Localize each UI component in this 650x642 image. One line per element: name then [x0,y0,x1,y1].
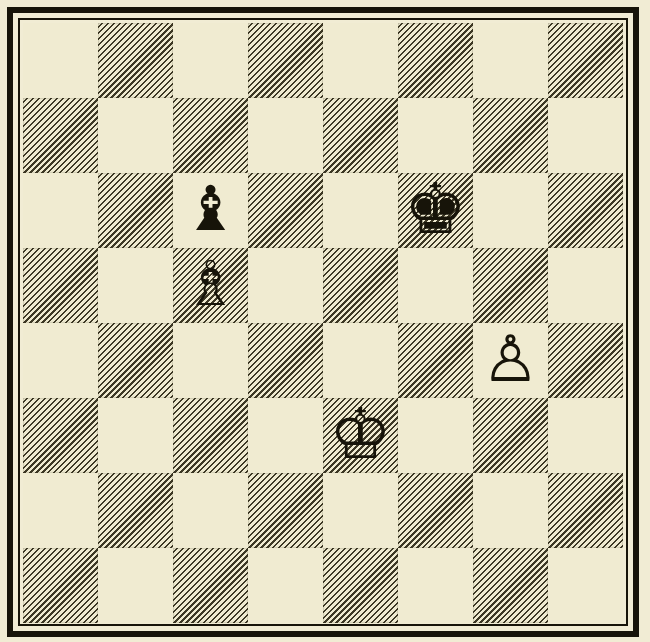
square-c4 [173,323,248,398]
square-b6 [98,173,173,248]
square-b2 [98,473,173,548]
square-a2 [23,473,98,548]
square-f5 [398,248,473,323]
square-d7 [248,98,323,173]
square-h7 [548,98,623,173]
square-e4 [323,323,398,398]
square-f2 [398,473,473,548]
board-inner-border: ♝♚♗♙♔ [18,18,628,626]
square-e8 [323,23,398,98]
square-c2 [173,473,248,548]
square-e3: ♔ [323,398,398,473]
square-c6: ♝ [173,173,248,248]
square-f6: ♚ [398,173,473,248]
square-e2 [323,473,398,548]
square-a4 [23,323,98,398]
square-g4: ♙ [473,323,548,398]
chessboard: ♝♚♗♙♔ [23,23,623,623]
square-f3 [398,398,473,473]
square-f7 [398,98,473,173]
square-e5 [323,248,398,323]
square-h4 [548,323,623,398]
square-g2 [473,473,548,548]
square-h6 [548,173,623,248]
square-f8 [398,23,473,98]
square-f4 [398,323,473,398]
board-outer-border: ♝♚♗♙♔ [7,7,639,637]
square-g5 [473,248,548,323]
square-d3 [248,398,323,473]
square-c7 [173,98,248,173]
square-h5 [548,248,623,323]
square-h1 [548,548,623,623]
square-c5: ♗ [173,248,248,323]
square-h3 [548,398,623,473]
square-g6 [473,173,548,248]
square-f1 [398,548,473,623]
square-e1 [323,548,398,623]
square-b8 [98,23,173,98]
square-d5 [248,248,323,323]
white-king: ♔ [329,399,392,469]
square-a7 [23,98,98,173]
square-a6 [23,173,98,248]
square-d2 [248,473,323,548]
square-b1 [98,548,173,623]
square-a3 [23,398,98,473]
square-h8 [548,23,623,98]
white-pawn: ♙ [482,327,539,391]
square-c1 [173,548,248,623]
square-b5 [98,248,173,323]
square-e7 [323,98,398,173]
square-b3 [98,398,173,473]
square-g7 [473,98,548,173]
square-c3 [173,398,248,473]
square-h2 [548,473,623,548]
square-c8 [173,23,248,98]
white-bishop: ♗ [183,253,239,315]
square-b4 [98,323,173,398]
black-king: ♚ [404,174,467,244]
square-d8 [248,23,323,98]
square-a5 [23,248,98,323]
square-d1 [248,548,323,623]
square-d4 [248,323,323,398]
square-g8 [473,23,548,98]
black-bishop: ♝ [183,178,239,240]
square-a8 [23,23,98,98]
square-g3 [473,398,548,473]
square-a1 [23,548,98,623]
square-g1 [473,548,548,623]
square-b7 [98,98,173,173]
square-e6 [323,173,398,248]
square-d6 [248,173,323,248]
